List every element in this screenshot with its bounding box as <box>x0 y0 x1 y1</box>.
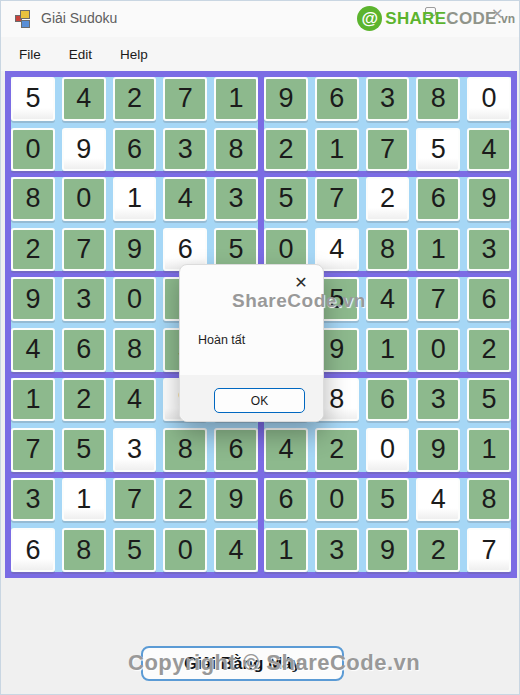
cell-r8c6[interactable]: 4 <box>264 428 308 472</box>
cell-r1c3[interactable]: 2 <box>113 77 157 121</box>
cell-r3c4[interactable]: 4 <box>163 177 207 221</box>
cell-r2c8[interactable]: 7 <box>366 128 410 172</box>
cell-r4c1[interactable]: 2 <box>11 228 55 272</box>
sharecode-logo: @ SHARECODE.vn <box>357 6 515 31</box>
cell-r3c7[interactable]: 7 <box>315 177 359 221</box>
cell-r3c10[interactable]: 9 <box>467 177 511 221</box>
logo-vn-text: .vn <box>498 12 515 26</box>
cell-r7c9[interactable]: 3 <box>416 378 460 422</box>
cell-r7c2[interactable]: 2 <box>62 378 106 422</box>
app-icon <box>15 10 33 28</box>
cell-r7c3[interactable]: 4 <box>113 378 157 422</box>
board-block-r2c1: 8014327965 <box>11 177 258 271</box>
cell-r1c1[interactable]: 5 <box>11 77 55 121</box>
cell-r5c2[interactable]: 3 <box>62 277 106 321</box>
cell-r2c1[interactable]: 0 <box>11 128 55 172</box>
cell-r10c6[interactable]: 1 <box>264 528 308 572</box>
ok-button[interactable]: OK <box>214 388 305 413</box>
cell-r10c5[interactable]: 4 <box>214 528 258 572</box>
cell-r7c1[interactable]: 1 <box>11 378 55 422</box>
cell-r8c7[interactable]: 2 <box>315 428 359 472</box>
cell-r3c2[interactable]: 0 <box>62 177 106 221</box>
logo-share-text: SHARE <box>385 9 446 29</box>
cell-r3c9[interactable]: 6 <box>416 177 460 221</box>
cell-r4c8[interactable]: 8 <box>366 228 410 272</box>
cell-r8c8[interactable]: 0 <box>366 428 410 472</box>
menu-file[interactable]: File <box>9 41 51 68</box>
cell-r1c2[interactable]: 4 <box>62 77 106 121</box>
cell-r10c9[interactable]: 2 <box>416 528 460 572</box>
cell-r1c5[interactable]: 1 <box>214 77 258 121</box>
cell-r10c2[interactable]: 8 <box>62 528 106 572</box>
menu-bar: File Edit Help <box>1 37 520 71</box>
cell-r9c10[interactable]: 8 <box>467 478 511 522</box>
cell-r6c8[interactable]: 1 <box>366 328 410 372</box>
cell-r7c8[interactable]: 6 <box>366 378 410 422</box>
cell-r4c10[interactable]: 3 <box>467 228 511 272</box>
cell-r4c2[interactable]: 7 <box>62 228 106 272</box>
center-watermark: ShareCode.vn <box>232 290 366 312</box>
logo-code-text: CODE <box>446 9 496 29</box>
cell-r10c10[interactable]: 7 <box>467 528 511 572</box>
cell-r2c5[interactable]: 8 <box>214 128 258 172</box>
board-block-r1c1: 5427109638 <box>11 77 258 171</box>
cell-r10c4[interactable]: 0 <box>163 528 207 572</box>
cell-r8c5[interactable]: 6 <box>214 428 258 472</box>
cell-r1c10[interactable]: 0 <box>467 77 511 121</box>
cell-r8c1[interactable]: 7 <box>11 428 55 472</box>
cell-r1c6[interactable]: 9 <box>264 77 308 121</box>
cell-r6c1[interactable]: 4 <box>11 328 55 372</box>
dialog-message: Hoàn tất <box>198 333 245 347</box>
cell-r9c7[interactable]: 0 <box>315 478 359 522</box>
app-icon-blue-square <box>21 20 30 28</box>
cell-r9c2[interactable]: 1 <box>62 478 106 522</box>
cell-r9c4[interactable]: 2 <box>163 478 207 522</box>
menu-edit[interactable]: Edit <box>59 41 102 68</box>
cell-r10c3[interactable]: 5 <box>113 528 157 572</box>
cell-r9c3[interactable]: 7 <box>113 478 157 522</box>
cell-r10c8[interactable]: 9 <box>366 528 410 572</box>
cell-r2c10[interactable]: 4 <box>467 128 511 172</box>
cell-r8c4[interactable]: 8 <box>163 428 207 472</box>
board-block-r2c2: 5726904813 <box>264 177 511 271</box>
cell-r2c2[interactable]: 9 <box>62 128 106 172</box>
cell-r7c10[interactable]: 5 <box>467 378 511 422</box>
board-block-r5c2: 6054813927 <box>264 478 511 572</box>
bottom-watermark: Copyright © ShareCode.vn <box>128 650 420 676</box>
cell-r9c5[interactable]: 9 <box>214 478 258 522</box>
menu-help[interactable]: Help <box>110 41 158 68</box>
cell-r3c1[interactable]: 8 <box>11 177 55 221</box>
board-block-r5c1: 3172968504 <box>11 478 258 572</box>
board-block-r1c2: 9638021754 <box>264 77 511 171</box>
cell-r4c9[interactable]: 1 <box>416 228 460 272</box>
sharecode-logo-icon: @ <box>357 6 382 31</box>
cell-r8c2[interactable]: 5 <box>62 428 106 472</box>
window-title: Giải Sudoku <box>41 10 117 26</box>
cell-r5c1[interactable]: 9 <box>11 277 55 321</box>
cell-r6c3[interactable]: 8 <box>113 328 157 372</box>
cell-r5c9[interactable]: 7 <box>416 277 460 321</box>
cell-r6c9[interactable]: 0 <box>416 328 460 372</box>
dialog-footer: OK <box>180 375 323 421</box>
cell-r8c10[interactable]: 1 <box>467 428 511 472</box>
cell-r2c9[interactable]: 5 <box>416 128 460 172</box>
cell-r6c10[interactable]: 2 <box>467 328 511 372</box>
cell-r3c5[interactable]: 3 <box>214 177 258 221</box>
cell-r8c9[interactable]: 9 <box>416 428 460 472</box>
cell-r9c9[interactable]: 4 <box>416 478 460 522</box>
cell-r2c3[interactable]: 6 <box>113 128 157 172</box>
cell-r1c4[interactable]: 7 <box>163 77 207 121</box>
cell-r10c1[interactable]: 6 <box>11 528 55 572</box>
app-icon-yellow-square <box>20 10 30 19</box>
sudoku-app-window: { "game": "10x10 Sudoku (digits 0-9, box… <box>0 0 520 695</box>
cell-r1c9[interactable]: 8 <box>416 77 460 121</box>
cell-r1c8[interactable]: 3 <box>366 77 410 121</box>
cell-r2c6[interactable]: 2 <box>264 128 308 172</box>
cell-r4c3[interactable]: 9 <box>113 228 157 272</box>
cell-r3c3[interactable]: 1 <box>113 177 157 221</box>
cell-r5c10[interactable]: 6 <box>467 277 511 321</box>
cell-r1c7[interactable]: 6 <box>315 77 359 121</box>
cell-r3c6[interactable]: 5 <box>264 177 308 221</box>
cell-r2c7[interactable]: 1 <box>315 128 359 172</box>
cell-r5c8[interactable]: 4 <box>366 277 410 321</box>
cell-r6c2[interactable]: 6 <box>62 328 106 372</box>
titlebar: Giải Sudoku ✕ @ SHARECODE.vn <box>1 1 520 37</box>
completion-dialog: ✕ Hoàn tất OK <box>179 264 324 422</box>
cell-r3c8[interactable]: 2 <box>366 177 410 221</box>
cell-r5c3[interactable]: 0 <box>113 277 157 321</box>
cell-r2c4[interactable]: 3 <box>163 128 207 172</box>
cell-r8c3[interactable]: 3 <box>113 428 157 472</box>
cell-r10c7[interactable]: 3 <box>315 528 359 572</box>
cell-r9c8[interactable]: 5 <box>366 478 410 522</box>
cell-r9c6[interactable]: 6 <box>264 478 308 522</box>
cell-r9c1[interactable]: 3 <box>11 478 55 522</box>
cell-r4c7[interactable]: 4 <box>315 228 359 272</box>
